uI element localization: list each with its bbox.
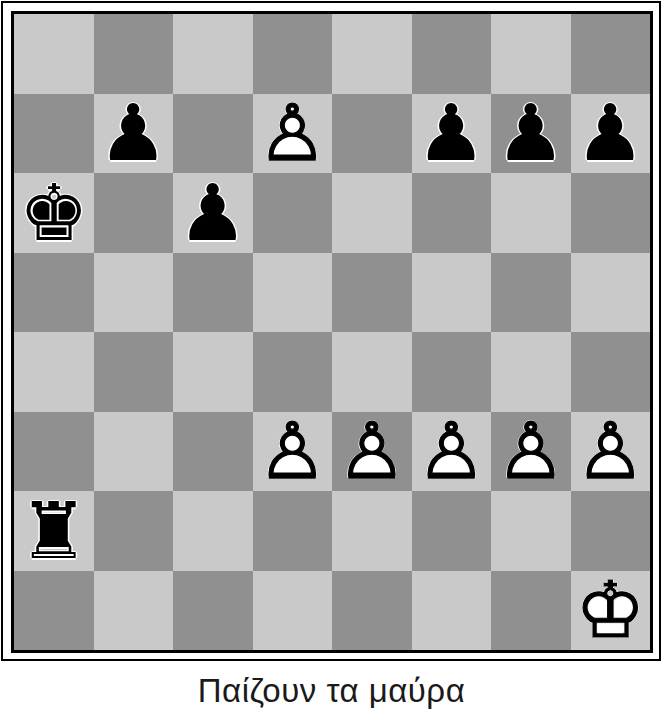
square-a8[interactable] <box>14 14 94 94</box>
square-e8[interactable] <box>332 14 412 94</box>
square-d7[interactable]: ♟♙ <box>253 94 333 174</box>
square-c5[interactable] <box>173 253 253 333</box>
board: ♟♟♙♟♟♟♚♟♟♙♟♙♟♙♟♙♟♙♜♚♔ <box>14 14 650 650</box>
square-b4[interactable] <box>94 332 174 412</box>
square-a5[interactable] <box>14 253 94 333</box>
square-h3[interactable]: ♟♙ <box>571 412 651 492</box>
square-a2[interactable]: ♜ <box>14 491 94 571</box>
square-f3[interactable]: ♟♙ <box>412 412 492 492</box>
piece-black-pawn: ♟ <box>575 94 645 172</box>
square-g6[interactable] <box>491 173 571 253</box>
square-h8[interactable] <box>571 14 651 94</box>
square-f2[interactable] <box>412 491 492 571</box>
piece-white-pawn: ♟♙ <box>257 94 327 172</box>
square-h2[interactable] <box>571 491 651 571</box>
piece-black-pawn: ♟ <box>416 94 486 172</box>
square-g7[interactable]: ♟ <box>491 94 571 174</box>
square-c1[interactable] <box>173 571 253 651</box>
square-h6[interactable] <box>571 173 651 253</box>
piece-white-pawn: ♟♙ <box>416 412 486 490</box>
square-a6[interactable]: ♚ <box>14 173 94 253</box>
square-d2[interactable] <box>253 491 333 571</box>
square-d4[interactable] <box>253 332 333 412</box>
square-a1[interactable] <box>14 571 94 651</box>
square-b7[interactable]: ♟ <box>94 94 174 174</box>
square-f8[interactable] <box>412 14 492 94</box>
square-e2[interactable] <box>332 491 412 571</box>
piece-white-pawn: ♟♙ <box>337 412 407 490</box>
square-d1[interactable] <box>253 571 333 651</box>
piece-black-pawn: ♟ <box>98 94 168 172</box>
square-a7[interactable] <box>14 94 94 174</box>
square-b2[interactable] <box>94 491 174 571</box>
board-border: ♟♟♙♟♟♟♚♟♟♙♟♙♟♙♟♙♟♙♜♚♔ <box>11 11 653 653</box>
square-c8[interactable] <box>173 14 253 94</box>
piece-black-pawn: ♟ <box>178 174 248 252</box>
square-f4[interactable] <box>412 332 492 412</box>
piece-white-pawn: ♟♙ <box>257 412 327 490</box>
square-b8[interactable] <box>94 14 174 94</box>
square-e1[interactable] <box>332 571 412 651</box>
square-e7[interactable] <box>332 94 412 174</box>
chess-diagram: ♟♟♙♟♟♟♚♟♟♙♟♙♟♙♟♙♟♙♜♚♔ Παίζουν τα μαύρα <box>0 0 663 721</box>
board-frame: ♟♟♙♟♟♟♚♟♟♙♟♙♟♙♟♙♟♙♜♚♔ <box>1 1 661 661</box>
square-h1[interactable]: ♚♔ <box>571 571 651 651</box>
square-b1[interactable] <box>94 571 174 651</box>
piece-black-king: ♚ <box>19 174 89 252</box>
square-f5[interactable] <box>412 253 492 333</box>
piece-black-pawn: ♟ <box>496 94 566 172</box>
square-g3[interactable]: ♟♙ <box>491 412 571 492</box>
square-f1[interactable] <box>412 571 492 651</box>
square-a4[interactable] <box>14 332 94 412</box>
square-b5[interactable] <box>94 253 174 333</box>
square-e5[interactable] <box>332 253 412 333</box>
square-c6[interactable]: ♟ <box>173 173 253 253</box>
square-c4[interactable] <box>173 332 253 412</box>
square-f7[interactable]: ♟ <box>412 94 492 174</box>
square-b6[interactable] <box>94 173 174 253</box>
square-e3[interactable]: ♟♙ <box>332 412 412 492</box>
square-d6[interactable] <box>253 173 333 253</box>
square-b3[interactable] <box>94 412 174 492</box>
square-d5[interactable] <box>253 253 333 333</box>
caption: Παίζουν τα μαύρα <box>0 672 663 710</box>
square-f6[interactable] <box>412 173 492 253</box>
square-g2[interactable] <box>491 491 571 571</box>
square-g5[interactable] <box>491 253 571 333</box>
piece-white-pawn: ♟♙ <box>496 412 566 490</box>
square-e4[interactable] <box>332 332 412 412</box>
square-g1[interactable] <box>491 571 571 651</box>
square-c3[interactable] <box>173 412 253 492</box>
piece-white-pawn: ♟♙ <box>575 412 645 490</box>
piece-black-rook: ♜ <box>19 492 89 570</box>
square-g8[interactable] <box>491 14 571 94</box>
square-d8[interactable] <box>253 14 333 94</box>
square-h4[interactable] <box>571 332 651 412</box>
square-e6[interactable] <box>332 173 412 253</box>
square-h5[interactable] <box>571 253 651 333</box>
square-d3[interactable]: ♟♙ <box>253 412 333 492</box>
square-c2[interactable] <box>173 491 253 571</box>
square-h7[interactable]: ♟ <box>571 94 651 174</box>
square-a3[interactable] <box>14 412 94 492</box>
square-c7[interactable] <box>173 94 253 174</box>
square-g4[interactable] <box>491 332 571 412</box>
piece-white-king: ♚♔ <box>575 571 645 649</box>
